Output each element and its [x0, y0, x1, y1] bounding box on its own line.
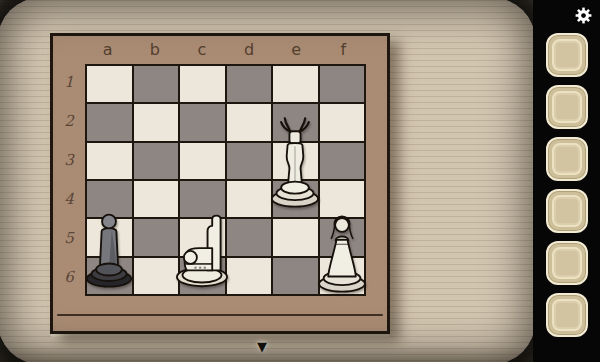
square-d2 — [227, 104, 272, 140]
rank-label-2: 2 — [53, 103, 85, 140]
look-down-arrow-icon[interactable]: ▼ — [257, 340, 267, 353]
piece-white-chair-c6[interactable] — [175, 211, 229, 289]
square-d1 — [227, 66, 272, 102]
inventory-slot-1[interactable] — [546, 33, 588, 77]
square-e5 — [273, 219, 318, 255]
square-a3 — [87, 143, 132, 179]
inventory-slot-6[interactable] — [546, 293, 588, 337]
square-b1 — [134, 66, 179, 102]
square-d4 — [227, 181, 272, 217]
piece-white-woman-f6[interactable] — [317, 203, 367, 293]
square-b6 — [134, 258, 179, 294]
square-d3 — [227, 143, 272, 179]
square-c3 — [180, 143, 225, 179]
inventory-slot-5[interactable] — [546, 241, 588, 285]
inventory-slots — [533, 33, 600, 337]
rank-labels: 123456 — [53, 64, 85, 296]
square-b2 — [134, 104, 179, 140]
room-wall: abcdef 123456 — [0, 0, 533, 362]
square-a2 — [87, 104, 132, 140]
rank-label-4: 4 — [53, 181, 85, 218]
square-d5 — [227, 219, 272, 255]
file-label-d: d — [227, 36, 272, 64]
square-b4 — [134, 181, 179, 217]
rank-label-3: 3 — [53, 142, 85, 179]
square-a1 — [87, 66, 132, 102]
square-f1 — [320, 66, 365, 102]
file-label-f: f — [321, 36, 366, 64]
inventory-slot-2[interactable] — [546, 85, 588, 129]
rank-label-5: 5 — [53, 220, 85, 257]
rank-label-1: 1 — [53, 64, 85, 101]
file-label-e: e — [274, 36, 319, 64]
chess-board-frame: abcdef 123456 — [50, 33, 390, 334]
rank-label-6: 6 — [53, 259, 85, 296]
file-label-c: c — [179, 36, 224, 64]
inventory-sidebar — [533, 0, 600, 362]
square-d6 — [227, 258, 272, 294]
frame-ledge-line — [57, 314, 383, 316]
square-c1 — [180, 66, 225, 102]
inventory-slot-3[interactable] — [546, 137, 588, 181]
settings-gear-icon[interactable] — [574, 6, 593, 25]
square-b5 — [134, 219, 179, 255]
inventory-slot-4[interactable] — [546, 189, 588, 233]
file-label-a: a — [85, 36, 130, 64]
square-f2 — [320, 104, 365, 140]
piece-dark-man-a6[interactable] — [85, 203, 133, 288]
file-label-b: b — [132, 36, 177, 64]
file-labels: abcdef — [85, 36, 366, 64]
game-scene: abcdef 123456 — [0, 0, 600, 362]
square-e6 — [273, 258, 318, 294]
square-f3 — [320, 143, 365, 179]
square-c2 — [180, 104, 225, 140]
square-b3 — [134, 143, 179, 179]
square-e1 — [273, 66, 318, 102]
piece-white-deer-e4[interactable] — [270, 110, 320, 208]
